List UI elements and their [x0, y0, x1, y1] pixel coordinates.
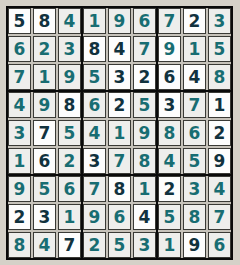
sudoku-cell-r5c7[interactable]: 8 [158, 120, 181, 146]
sudoku-box-8: 781964253 [83, 176, 156, 258]
sudoku-cell-r6c2[interactable]: 6 [33, 148, 56, 174]
sudoku-cell-r2c6[interactable]: 7 [133, 36, 156, 62]
sudoku-cell-r2c3[interactable]: 3 [58, 36, 81, 62]
sudoku-cell-r9c6[interactable]: 3 [133, 232, 156, 258]
sudoku-cell-r6c3[interactable]: 2 [58, 148, 81, 174]
sudoku-cell-r8c4[interactable]: 9 [83, 204, 106, 230]
sudoku-cell-r1c2[interactable]: 8 [33, 8, 56, 34]
sudoku-cell-r8c2[interactable]: 3 [33, 204, 56, 230]
sudoku-cell-r9c9[interactable]: 6 [208, 232, 231, 258]
sudoku-cell-r4c6[interactable]: 5 [133, 92, 156, 118]
sudoku-box-4: 498375162 [8, 92, 81, 174]
sudoku-cell-r3c5[interactable]: 3 [108, 64, 131, 90]
sudoku-cell-r8c5[interactable]: 6 [108, 204, 131, 230]
sudoku-cell-r2c9[interactable]: 5 [208, 36, 231, 62]
sudoku-cell-r9c1[interactable]: 8 [8, 232, 31, 258]
sudoku-cell-r6c6[interactable]: 8 [133, 148, 156, 174]
sudoku-cell-r2c7[interactable]: 9 [158, 36, 181, 62]
sudoku-cell-r6c7[interactable]: 4 [158, 148, 181, 174]
sudoku-cell-r7c3[interactable]: 6 [58, 176, 81, 202]
sudoku-cell-r7c5[interactable]: 8 [108, 176, 131, 202]
sudoku-cell-r5c2[interactable]: 7 [33, 120, 56, 146]
sudoku-cell-r1c8[interactable]: 2 [183, 8, 206, 34]
sudoku-cell-r9c7[interactable]: 1 [158, 232, 181, 258]
sudoku-cell-r4c2[interactable]: 9 [33, 92, 56, 118]
sudoku-cell-r5c8[interactable]: 6 [183, 120, 206, 146]
sudoku-cell-r9c3[interactable]: 7 [58, 232, 81, 258]
sudoku-cell-r7c9[interactable]: 4 [208, 176, 231, 202]
sudoku-cell-r7c1[interactable]: 9 [8, 176, 31, 202]
sudoku-cell-r3c3[interactable]: 9 [58, 64, 81, 90]
sudoku-cell-r2c4[interactable]: 8 [83, 36, 106, 62]
sudoku-cell-r8c1[interactable]: 2 [8, 204, 31, 230]
sudoku-cell-r4c8[interactable]: 7 [183, 92, 206, 118]
sudoku-cell-r6c8[interactable]: 5 [183, 148, 206, 174]
sudoku-cell-r3c8[interactable]: 4 [183, 64, 206, 90]
sudoku-cell-r4c3[interactable]: 8 [58, 92, 81, 118]
sudoku-cell-r5c6[interactable]: 9 [133, 120, 156, 146]
sudoku-cell-r2c8[interactable]: 1 [183, 36, 206, 62]
sudoku-cell-r1c9[interactable]: 3 [208, 8, 231, 34]
sudoku-cell-r8c8[interactable]: 8 [183, 204, 206, 230]
sudoku-box-7: 956231847 [8, 176, 81, 258]
sudoku-cell-r3c6[interactable]: 2 [133, 64, 156, 90]
sudoku-cell-r7c7[interactable]: 2 [158, 176, 181, 202]
sudoku-cell-r6c1[interactable]: 1 [8, 148, 31, 174]
sudoku-cell-r7c4[interactable]: 7 [83, 176, 106, 202]
sudoku-cell-r9c8[interactable]: 9 [183, 232, 206, 258]
sudoku-cell-r2c1[interactable]: 6 [8, 36, 31, 62]
sudoku-cell-r5c1[interactable]: 3 [8, 120, 31, 146]
sudoku-box-2: 196847532 [83, 8, 156, 90]
sudoku-cell-r1c5[interactable]: 9 [108, 8, 131, 34]
sudoku-cell-r5c5[interactable]: 1 [108, 120, 131, 146]
sudoku-board: 5846237191968475327239156484983751626254… [6, 6, 233, 260]
sudoku-cell-r8c3[interactable]: 1 [58, 204, 81, 230]
sudoku-cell-r4c4[interactable]: 6 [83, 92, 106, 118]
sudoku-cell-r6c5[interactable]: 7 [108, 148, 131, 174]
sudoku-cell-r5c4[interactable]: 4 [83, 120, 106, 146]
sudoku-cell-r4c7[interactable]: 3 [158, 92, 181, 118]
sudoku-cell-r2c5[interactable]: 4 [108, 36, 131, 62]
sudoku-window: { "game": "sudoku", "position": "5841967… [0, 0, 240, 265]
sudoku-cell-r1c6[interactable]: 6 [133, 8, 156, 34]
sudoku-box-5: 625419378 [83, 92, 156, 174]
sudoku-cell-r4c5[interactable]: 2 [108, 92, 131, 118]
sudoku-cell-r7c8[interactable]: 3 [183, 176, 206, 202]
sudoku-cell-r6c4[interactable]: 3 [83, 148, 106, 174]
sudoku-cell-r1c1[interactable]: 5 [8, 8, 31, 34]
sudoku-cell-r3c9[interactable]: 8 [208, 64, 231, 90]
sudoku-cell-r3c7[interactable]: 6 [158, 64, 181, 90]
sudoku-cell-r4c1[interactable]: 4 [8, 92, 31, 118]
sudoku-cell-r7c2[interactable]: 5 [33, 176, 56, 202]
sudoku-box-1: 584623719 [8, 8, 81, 90]
sudoku-box-9: 234587196 [158, 176, 231, 258]
sudoku-cell-r1c4[interactable]: 1 [83, 8, 106, 34]
sudoku-cell-r4c9[interactable]: 1 [208, 92, 231, 118]
sudoku-box-6: 371862459 [158, 92, 231, 174]
sudoku-cell-r9c4[interactable]: 2 [83, 232, 106, 258]
sudoku-cell-r3c2[interactable]: 1 [33, 64, 56, 90]
sudoku-cell-r8c9[interactable]: 7 [208, 204, 231, 230]
sudoku-cell-r3c1[interactable]: 7 [8, 64, 31, 90]
sudoku-cell-r8c7[interactable]: 5 [158, 204, 181, 230]
sudoku-cell-r8c6[interactable]: 4 [133, 204, 156, 230]
sudoku-cell-r7c6[interactable]: 1 [133, 176, 156, 202]
sudoku-cell-r9c5[interactable]: 5 [108, 232, 131, 258]
sudoku-cell-r5c3[interactable]: 5 [58, 120, 81, 146]
sudoku-cell-r5c9[interactable]: 2 [208, 120, 231, 146]
sudoku-cell-r9c2[interactable]: 4 [33, 232, 56, 258]
sudoku-cell-r6c9[interactable]: 9 [208, 148, 231, 174]
sudoku-cell-r1c3[interactable]: 4 [58, 8, 81, 34]
sudoku-cell-r1c7[interactable]: 7 [158, 8, 181, 34]
sudoku-box-3: 723915648 [158, 8, 231, 90]
sudoku-cell-r3c4[interactable]: 5 [83, 64, 106, 90]
sudoku-cell-r2c2[interactable]: 2 [33, 36, 56, 62]
